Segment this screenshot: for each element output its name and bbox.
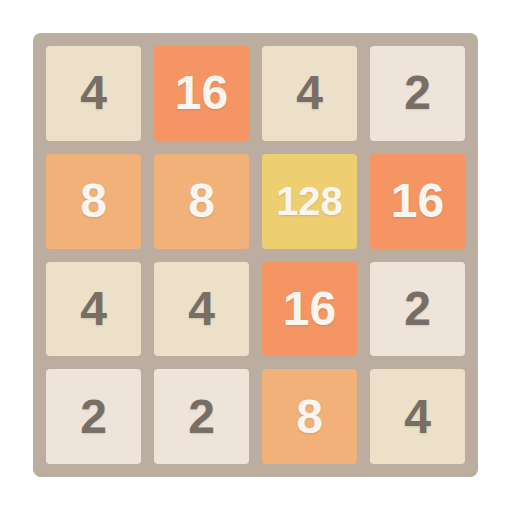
tile-r2c2-value-8: 8 xyxy=(154,154,249,249)
tile-r3c3-value-16: 16 xyxy=(262,262,357,357)
tile-r3c4-value-2: 2 xyxy=(370,262,465,357)
tile-r1c3-value-4: 4 xyxy=(262,46,357,141)
tile-r2c3-value-128: 128 xyxy=(262,154,357,249)
tile-r4c2-value-2: 2 xyxy=(154,369,249,464)
tile-r3c2-value-4: 4 xyxy=(154,262,249,357)
tile-r4c3-value-8: 8 xyxy=(262,369,357,464)
tile-r4c4-value-4: 4 xyxy=(370,369,465,464)
tile-r2c4-value-16: 16 xyxy=(370,154,465,249)
game-board-2048[interactable]: 416428812816441622284 xyxy=(33,33,478,477)
tile-r1c1-value-4: 4 xyxy=(46,46,141,141)
tile-r4c1-value-2: 2 xyxy=(46,369,141,464)
tile-r2c1-value-8: 8 xyxy=(46,154,141,249)
tile-r1c4-value-2: 2 xyxy=(370,46,465,141)
tile-r3c1-value-4: 4 xyxy=(46,262,141,357)
page-background: 416428812816441622284 xyxy=(0,0,512,512)
tile-r1c2-value-16: 16 xyxy=(154,46,249,141)
